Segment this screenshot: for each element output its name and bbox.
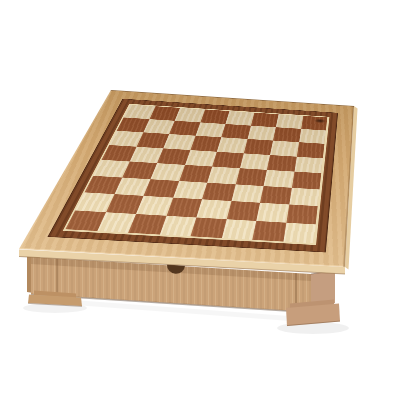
- square-e2: [196, 199, 231, 219]
- board-grid: [65, 105, 327, 244]
- square-f3: [231, 184, 263, 203]
- square-f1: [221, 219, 256, 240]
- square-h1: [283, 222, 316, 243]
- chess-box-photo: [0, 0, 400, 400]
- square-g3: [260, 186, 292, 205]
- square-h5: [294, 156, 323, 173]
- square-e5: [212, 152, 243, 169]
- square-g1: [252, 221, 286, 242]
- square-g2: [256, 203, 289, 223]
- square-h3: [289, 188, 320, 207]
- wood-knot: [314, 118, 326, 123]
- square-f4: [235, 168, 266, 186]
- square-f2: [226, 201, 260, 221]
- square-f5: [240, 153, 270, 170]
- square-g6: [270, 141, 299, 157]
- square-f6: [243, 139, 273, 155]
- square-g4: [264, 170, 295, 188]
- square-h4: [292, 172, 322, 190]
- square-g5: [267, 155, 297, 172]
- square-e4: [207, 167, 239, 185]
- square-h6: [297, 142, 325, 158]
- square-e6: [217, 137, 247, 153]
- square-e3: [202, 182, 235, 201]
- square-h2: [286, 204, 318, 224]
